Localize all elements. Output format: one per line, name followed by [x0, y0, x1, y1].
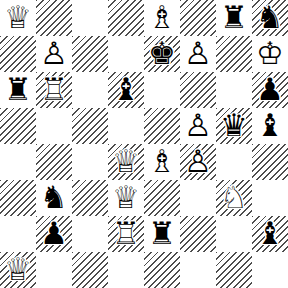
square-c2[interactable] [72, 216, 108, 252]
piece-black-king-e7[interactable]: ♚♚ [144, 36, 180, 72]
square-a3[interactable] [0, 180, 36, 216]
piece-glyph: ♗ [144, 0, 180, 36]
square-e1[interactable] [144, 252, 180, 288]
square-h6[interactable]: ♟♟ [252, 72, 288, 108]
square-b6[interactable]: ♜♖ [36, 72, 72, 108]
piece-black-pawn-b2[interactable]: ♟♟ [36, 216, 72, 252]
square-e8[interactable]: ♝♗ [144, 0, 180, 36]
piece-glyph: ♙ [180, 36, 216, 72]
piece-glyph: ♕ [108, 180, 144, 216]
square-f5[interactable]: ♟♙ [180, 108, 216, 144]
piece-white-pawn-b7[interactable]: ♟♙ [36, 36, 72, 72]
square-a6[interactable]: ♜♜ [0, 72, 36, 108]
piece-glyph: ♟ [36, 216, 72, 252]
piece-white-bishop-e8[interactable]: ♝♗ [144, 0, 180, 36]
square-e7[interactable]: ♚♚ [144, 36, 180, 72]
piece-white-queen-a8[interactable]: ♛♕ [0, 0, 36, 36]
piece-black-queen-g5[interactable]: ♛♛ [216, 108, 252, 144]
piece-glyph: ♚ [144, 36, 180, 72]
piece-glyph: ♙ [180, 144, 216, 180]
piece-black-bishop-h2[interactable]: ♝♝ [252, 216, 288, 252]
square-e3[interactable] [144, 180, 180, 216]
square-c3[interactable] [72, 180, 108, 216]
square-a5[interactable] [0, 108, 36, 144]
piece-white-bishop-e4[interactable]: ♝♗ [144, 144, 180, 180]
piece-glyph: ♜ [0, 72, 36, 108]
square-g6[interactable] [216, 72, 252, 108]
square-g1[interactable] [216, 252, 252, 288]
square-b4[interactable] [36, 144, 72, 180]
piece-white-rook-d2[interactable]: ♜♖ [108, 216, 144, 252]
square-c4[interactable] [72, 144, 108, 180]
piece-glyph: ♖ [108, 216, 144, 252]
piece-glyph: ♖ [36, 72, 72, 108]
square-c8[interactable] [72, 0, 108, 36]
square-h8[interactable]: ♞♞ [252, 0, 288, 36]
piece-glyph: ♕ [108, 144, 144, 180]
square-f1[interactable] [180, 252, 216, 288]
square-f7[interactable]: ♟♙ [180, 36, 216, 72]
piece-white-knight-g3[interactable]: ♞♘ [216, 180, 252, 216]
square-a1[interactable]: ♛♕ [0, 252, 36, 288]
square-h7[interactable]: ♚♔ [252, 36, 288, 72]
square-d8[interactable] [108, 0, 144, 36]
piece-glyph: ♝ [252, 108, 288, 144]
piece-glyph: ♞ [36, 180, 72, 216]
square-c5[interactable] [72, 108, 108, 144]
piece-white-pawn-f4[interactable]: ♟♙ [180, 144, 216, 180]
piece-glyph: ♛ [216, 108, 252, 144]
square-h3[interactable] [252, 180, 288, 216]
square-g7[interactable] [216, 36, 252, 72]
piece-white-queen-a1[interactable]: ♛♕ [0, 252, 36, 288]
piece-glyph: ♘ [216, 180, 252, 216]
piece-white-queen-d4[interactable]: ♛♕ [108, 144, 144, 180]
square-b5[interactable] [36, 108, 72, 144]
square-g4[interactable] [216, 144, 252, 180]
square-e5[interactable] [144, 108, 180, 144]
square-b7[interactable]: ♟♙ [36, 36, 72, 72]
piece-white-king-h7[interactable]: ♚♔ [252, 36, 288, 72]
square-a8[interactable]: ♛♕ [0, 0, 36, 36]
piece-glyph: ♙ [180, 108, 216, 144]
piece-glyph: ♜ [144, 216, 180, 252]
square-g2[interactable] [216, 216, 252, 252]
piece-black-rook-a6[interactable]: ♜♜ [0, 72, 36, 108]
piece-glyph: ♔ [252, 36, 288, 72]
square-f2[interactable] [180, 216, 216, 252]
piece-black-bishop-d6[interactable]: ♝♝ [108, 72, 144, 108]
square-a2[interactable] [0, 216, 36, 252]
square-g8[interactable]: ♜♜ [216, 0, 252, 36]
piece-white-pawn-f7[interactable]: ♟♙ [180, 36, 216, 72]
square-h2[interactable]: ♝♝ [252, 216, 288, 252]
square-h1[interactable] [252, 252, 288, 288]
piece-glyph: ♝ [252, 216, 288, 252]
piece-black-rook-g8[interactable]: ♜♜ [216, 0, 252, 36]
square-d4[interactable]: ♛♕ [108, 144, 144, 180]
square-c6[interactable] [72, 72, 108, 108]
square-f4[interactable]: ♟♙ [180, 144, 216, 180]
piece-glyph: ♞ [252, 0, 288, 36]
piece-glyph: ♙ [36, 36, 72, 72]
square-h5[interactable]: ♝♝ [252, 108, 288, 144]
square-g3[interactable]: ♞♘ [216, 180, 252, 216]
square-b2[interactable]: ♟♟ [36, 216, 72, 252]
square-f6[interactable] [180, 72, 216, 108]
piece-white-pawn-f5[interactable]: ♟♙ [180, 108, 216, 144]
square-b3[interactable]: ♞♞ [36, 180, 72, 216]
piece-glyph: ♕ [0, 0, 36, 36]
piece-black-bishop-h5[interactable]: ♝♝ [252, 108, 288, 144]
piece-glyph: ♕ [0, 252, 36, 288]
piece-black-rook-e2[interactable]: ♜♜ [144, 216, 180, 252]
square-e2[interactable]: ♜♜ [144, 216, 180, 252]
square-e6[interactable] [144, 72, 180, 108]
square-c7[interactable] [72, 36, 108, 72]
piece-black-knight-b3[interactable]: ♞♞ [36, 180, 72, 216]
piece-glyph: ♟ [252, 72, 288, 108]
square-a7[interactable] [0, 36, 36, 72]
piece-glyph: ♜ [216, 0, 252, 36]
piece-black-pawn-h6[interactable]: ♟♟ [252, 72, 288, 108]
square-f3[interactable] [180, 180, 216, 216]
square-d2[interactable]: ♜♖ [108, 216, 144, 252]
piece-white-queen-d3[interactable]: ♛♕ [108, 180, 144, 216]
square-d5[interactable] [108, 108, 144, 144]
piece-white-rook-b6[interactable]: ♜♖ [36, 72, 72, 108]
square-d7[interactable] [108, 36, 144, 72]
square-d3[interactable]: ♛♕ [108, 180, 144, 216]
square-a4[interactable] [0, 144, 36, 180]
piece-glyph: ♗ [144, 144, 180, 180]
square-e4[interactable]: ♝♗ [144, 144, 180, 180]
square-f8[interactable] [180, 0, 216, 36]
chess-board: ♛♕♝♗♜♜♞♞♟♙♚♚♟♙♚♔♜♜♜♖♝♝♟♟♟♙♛♛♝♝♛♕♝♗♟♙♞♞♛♕… [0, 0, 288, 288]
piece-black-knight-h8[interactable]: ♞♞ [252, 0, 288, 36]
square-d6[interactable]: ♝♝ [108, 72, 144, 108]
square-b1[interactable] [36, 252, 72, 288]
square-d1[interactable] [108, 252, 144, 288]
square-g5[interactable]: ♛♛ [216, 108, 252, 144]
square-c1[interactable] [72, 252, 108, 288]
square-b8[interactable] [36, 0, 72, 36]
square-h4[interactable] [252, 144, 288, 180]
piece-glyph: ♝ [108, 72, 144, 108]
